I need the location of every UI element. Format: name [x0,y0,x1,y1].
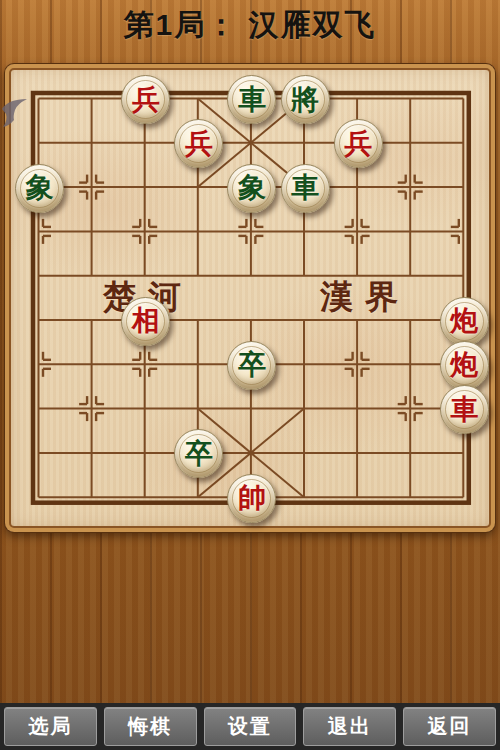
piece-glyph: 將 [291,86,319,114]
piece-glyph: 車 [238,86,266,114]
piece-black-卒[interactable]: 卒 [174,429,223,478]
piece-black-將[interactable]: 將 [281,75,330,124]
piece-red-帥[interactable]: 帥 [227,474,276,523]
page-title: 第1局： 汉雁双飞 [0,0,500,50]
piece-black-車[interactable]: 車 [281,164,330,213]
piece-glyph: 炮 [450,351,478,379]
piece-glyph: 卒 [185,440,213,468]
piece-black-卒[interactable]: 卒 [227,341,276,390]
piece-glyph: 車 [450,396,478,424]
xiangqi-board[interactable]: 楚河 漢界 兵車將兵兵象象車相炮卒炮車卒帥 [5,64,495,532]
board-grid [5,64,495,532]
piece-glyph: 兵 [185,130,213,158]
piece-glyph: 帥 [238,484,266,512]
piece-glyph: 兵 [132,86,160,114]
piece-red-兵[interactable]: 兵 [121,75,170,124]
piece-glyph: 炮 [450,307,478,335]
piece-black-象[interactable]: 象 [15,164,64,213]
back-button[interactable]: 返回 [403,707,496,746]
river-label-right: 漢界 [320,275,410,320]
piece-black-車[interactable]: 車 [227,75,276,124]
piece-red-相[interactable]: 相 [121,297,170,346]
piece-glyph: 卒 [238,351,266,379]
settings-button[interactable]: 设置 [204,707,297,746]
piece-red-車[interactable]: 車 [440,385,489,434]
piece-glyph: 象 [238,174,266,202]
exit-button[interactable]: 退出 [303,707,396,746]
piece-red-兵[interactable]: 兵 [174,119,223,168]
bird-decoration-icon [1,96,29,128]
piece-glyph: 相 [132,307,160,335]
piece-glyph: 車 [291,174,319,202]
undo-move-button[interactable]: 悔棋 [104,707,197,746]
piece-glyph: 兵 [344,130,372,158]
piece-black-象[interactable]: 象 [227,164,276,213]
piece-glyph: 象 [26,174,54,202]
piece-red-兵[interactable]: 兵 [334,119,383,168]
piece-red-炮[interactable]: 炮 [440,297,489,346]
piece-red-炮[interactable]: 炮 [440,341,489,390]
toolbar: 选局悔棋设置退出返回 [0,703,500,750]
select-game-button[interactable]: 选局 [4,707,97,746]
